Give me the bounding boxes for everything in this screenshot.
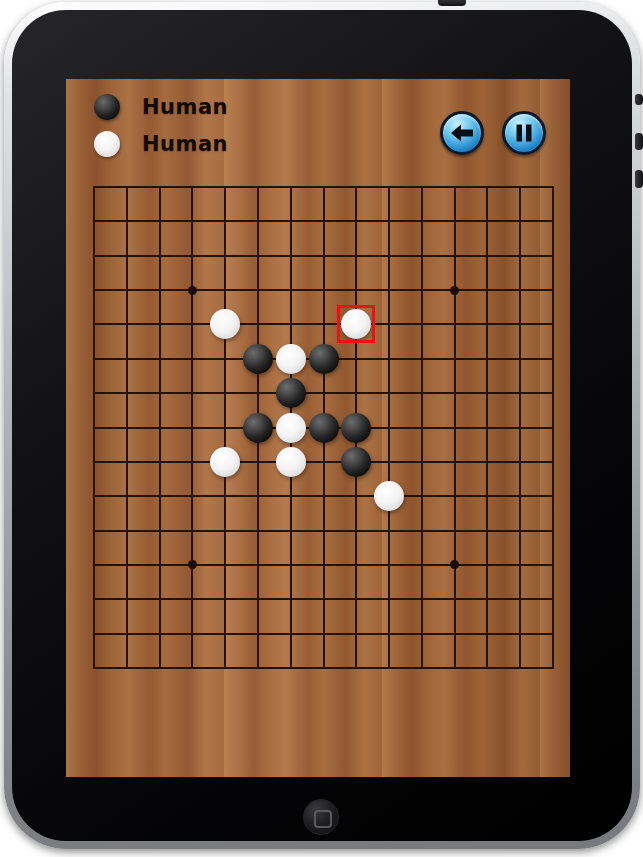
stone-black xyxy=(309,344,339,374)
grid-line-horizontal xyxy=(93,461,554,463)
grid-line-vertical xyxy=(486,186,488,669)
stone-white xyxy=(276,447,306,477)
home-button-square-icon xyxy=(314,810,332,828)
grid-line-horizontal xyxy=(93,495,554,497)
grid-line-vertical xyxy=(421,186,423,669)
stone-white xyxy=(210,309,240,339)
grid-line-vertical xyxy=(519,186,521,669)
stone-white xyxy=(210,447,240,477)
stone-black xyxy=(276,378,306,408)
grid-line-horizontal xyxy=(93,633,554,635)
grid-line-vertical xyxy=(388,186,390,669)
screen: Human Human xyxy=(66,79,570,777)
player1-label: Human xyxy=(142,95,228,119)
grid-line-vertical xyxy=(454,186,456,669)
home-button[interactable] xyxy=(303,799,339,835)
stone-white xyxy=(276,413,306,443)
stone-black xyxy=(309,413,339,443)
stone-black xyxy=(243,413,273,443)
star-point xyxy=(450,286,459,295)
player2-white-stone-icon xyxy=(94,131,120,157)
player1-black-stone-icon xyxy=(94,94,120,120)
back-button[interactable] xyxy=(440,111,484,155)
last-move-marker xyxy=(337,305,375,343)
grid-line-horizontal xyxy=(93,598,554,600)
player2-label: Human xyxy=(142,132,228,156)
volume-down-button[interactable] xyxy=(635,170,643,188)
power-button[interactable] xyxy=(438,0,466,6)
star-point xyxy=(450,560,459,569)
star-point xyxy=(188,286,197,295)
pause-button[interactable] xyxy=(502,111,546,155)
stone-black xyxy=(243,344,273,374)
back-arrow-icon xyxy=(450,121,474,145)
stone-white xyxy=(374,481,404,511)
pause-icon xyxy=(513,122,535,144)
stone-black xyxy=(341,447,371,477)
grid-line-horizontal xyxy=(93,667,554,669)
stone-white xyxy=(276,344,306,374)
volume-up-button[interactable] xyxy=(635,133,643,150)
grid-line-horizontal xyxy=(93,564,554,566)
board[interactable] xyxy=(93,186,554,669)
star-point xyxy=(188,560,197,569)
stone-black xyxy=(341,413,371,443)
mute-switch[interactable] xyxy=(635,94,643,105)
grid-line-vertical xyxy=(552,186,554,669)
grid-line-horizontal xyxy=(93,530,554,532)
